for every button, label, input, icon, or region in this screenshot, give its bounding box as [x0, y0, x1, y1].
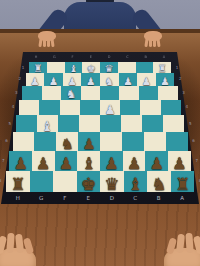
file-label-near-g: G: [30, 193, 54, 203]
rank-label-left-3: 3: [13, 90, 19, 96]
square-g8[interactable]: [30, 171, 54, 193]
square-f8[interactable]: [53, 171, 77, 193]
file-label-near-e: E: [77, 193, 101, 203]
piece-black-queen-d8[interactable]: ♛: [104, 176, 119, 193]
square-b7[interactable]: ♟: [145, 151, 168, 171]
square-b2[interactable]: ♟: [137, 73, 156, 86]
piece-black-pawn-b7[interactable]: ♟: [150, 156, 164, 172]
rank-label-left-2: 2: [17, 76, 23, 82]
opponent-hand-left: [38, 31, 56, 41]
piece-black-knight-b8[interactable]: ♞: [151, 176, 166, 193]
file-label-near-h: H: [6, 193, 30, 203]
rank-label-left-1: 1: [20, 65, 26, 71]
piece-black-bishop-e7[interactable]: ♝: [81, 156, 95, 172]
square-d8[interactable]: ♛: [100, 171, 124, 193]
piece-black-pawn-g7[interactable]: ♟: [36, 156, 50, 172]
square-c8[interactable]: ♝: [124, 171, 148, 193]
rank-label-right-2: 2: [177, 76, 183, 82]
rank-label-right-7: 7: [194, 158, 200, 164]
square-d2[interactable]: ♞: [100, 73, 119, 86]
piece-black-pawn-f7[interactable]: ♟: [59, 156, 73, 172]
piece-white-bishop-g5[interactable]: ♝: [41, 120, 53, 134]
piece-black-pawn-e6[interactable]: ♟: [83, 137, 96, 152]
rank-label-left-6: 6: [4, 138, 10, 144]
table-far-edge: [0, 29, 200, 33]
square-g2[interactable]: ♟: [44, 73, 63, 86]
square-a6[interactable]: [166, 132, 188, 151]
square-h3[interactable]: [22, 86, 41, 100]
square-c2[interactable]: ♟: [119, 73, 138, 86]
square-h1[interactable]: ♜: [29, 62, 47, 73]
square-c7[interactable]: ♟: [123, 151, 146, 171]
piece-black-pawn-c7[interactable]: ♟: [127, 156, 141, 172]
game-scene: HGFEDCBA ♜♝♚♛♜♟♟♟♟♞♟♟♟♞♟♝♞♟♟♟♟♝♟♟♟♟♜♚♛♝♞…: [0, 0, 200, 266]
rank-label-left-4: 4: [10, 104, 16, 110]
opponent-hand-right: [144, 31, 162, 41]
square-e4[interactable]: [80, 100, 100, 116]
rank-label-left-5: 5: [7, 121, 13, 127]
square-h6[interactable]: [13, 132, 35, 151]
rank-label-right-3: 3: [181, 90, 187, 96]
rank-label-left-8: 8: [0, 178, 3, 184]
square-h5[interactable]: [16, 115, 37, 132]
rank-label-right-8: 8: [197, 178, 200, 184]
square-e3[interactable]: [81, 86, 100, 100]
square-d4[interactable]: ♟: [100, 100, 120, 116]
square-b8[interactable]: ♞: [147, 171, 171, 193]
square-h8[interactable]: ♜: [6, 171, 30, 193]
square-b5[interactable]: [142, 115, 163, 132]
rank-label-right-4: 4: [184, 104, 190, 110]
square-e8[interactable]: ♚: [77, 171, 101, 193]
square-a2[interactable]: ♟: [156, 73, 175, 86]
square-g5[interactable]: ♝: [37, 115, 58, 132]
file-label-near-a: A: [171, 193, 195, 203]
piece-black-knight-f6[interactable]: ♞: [61, 137, 74, 152]
square-e7[interactable]: ♝: [77, 151, 100, 171]
square-b3[interactable]: [139, 86, 158, 100]
square-g3[interactable]: [42, 86, 61, 100]
file-label-far-g: G: [45, 54, 63, 60]
square-f5[interactable]: [58, 115, 79, 132]
piece-black-bishop-c8[interactable]: ♝: [128, 176, 143, 193]
file-labels-near: HGFEDCBA: [6, 193, 194, 203]
file-label-far-e: E: [82, 54, 100, 60]
piece-black-rook-h8[interactable]: ♜: [10, 176, 25, 193]
square-h4[interactable]: [19, 100, 39, 116]
player-hand-right: [152, 234, 200, 266]
piece-black-pawn-h7[interactable]: ♟: [13, 156, 27, 172]
square-d7[interactable]: ♟: [100, 151, 123, 171]
chess-board[interactable]: ♜♝♚♛♜♟♟♟♟♞♟♟♟♞♟♝♞♟♟♟♟♝♟♟♟♟♜♚♛♝♞♜: [0, 62, 200, 192]
square-d1[interactable]: ♛: [100, 62, 118, 73]
square-f4[interactable]: [60, 100, 80, 116]
square-a1[interactable]: ♜: [153, 62, 171, 73]
file-label-far-c: C: [118, 54, 136, 60]
file-label-far-d: D: [100, 54, 118, 60]
square-g7[interactable]: ♟: [32, 151, 55, 171]
square-f3[interactable]: ♞: [61, 86, 80, 100]
square-g6[interactable]: [34, 132, 56, 151]
player-hand-left: [0, 234, 48, 266]
square-b6[interactable]: [144, 132, 166, 151]
square-f7[interactable]: ♟: [55, 151, 78, 171]
square-a5[interactable]: [163, 115, 184, 132]
square-a3[interactable]: [158, 86, 177, 100]
file-label-far-h: H: [27, 54, 45, 60]
square-e6[interactable]: ♟: [78, 132, 100, 151]
square-b1[interactable]: [136, 62, 154, 73]
file-label-far-a: A: [155, 54, 173, 60]
square-g1[interactable]: [47, 62, 65, 73]
file-label-far-f: F: [64, 54, 82, 60]
piece-black-rook-a8[interactable]: ♜: [175, 176, 190, 193]
square-d3[interactable]: [100, 86, 119, 100]
file-labels-far: HGFEDCBA: [27, 54, 173, 60]
square-f1[interactable]: ♝: [65, 62, 83, 73]
square-a7[interactable]: ♟: [168, 151, 191, 171]
square-c5[interactable]: [121, 115, 142, 132]
square-d5[interactable]: [100, 115, 121, 132]
file-label-near-c: C: [124, 193, 148, 203]
square-c4[interactable]: [120, 100, 140, 116]
square-e5[interactable]: [79, 115, 100, 132]
square-c6[interactable]: [122, 132, 144, 151]
square-c3[interactable]: [119, 86, 138, 100]
piece-black-pawn-d7[interactable]: ♟: [104, 156, 118, 172]
square-h2[interactable]: ♟: [26, 73, 45, 86]
square-g4[interactable]: [39, 100, 59, 116]
file-label-near-f: F: [53, 193, 77, 203]
square-f2[interactable]: ♟: [63, 73, 82, 86]
square-b4[interactable]: [140, 100, 160, 116]
piece-black-pawn-a7[interactable]: ♟: [172, 156, 186, 172]
rank-label-right-6: 6: [191, 138, 197, 144]
piece-black-king-e8[interactable]: ♚: [81, 176, 96, 193]
rank-label-left-7: 7: [0, 158, 6, 164]
square-c1[interactable]: [118, 62, 136, 73]
file-label-near-b: B: [147, 193, 171, 203]
rank-label-right-1: 1: [174, 65, 180, 71]
square-a4[interactable]: [161, 100, 181, 116]
square-f6[interactable]: ♞: [56, 132, 78, 151]
square-e2[interactable]: ♟: [81, 73, 100, 86]
square-h7[interactable]: ♟: [9, 151, 32, 171]
square-a8[interactable]: ♜: [171, 171, 195, 193]
square-d6[interactable]: [100, 132, 122, 151]
square-e1[interactable]: ♚: [82, 62, 100, 73]
rank-label-right-5: 5: [187, 121, 193, 127]
file-label-near-d: D: [100, 193, 124, 203]
file-label-far-b: B: [137, 54, 155, 60]
